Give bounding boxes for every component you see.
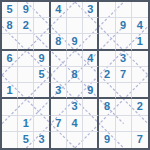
cell-r8c4[interactable]: 7 [51, 116, 67, 132]
cell-r1c9[interactable] [132, 2, 148, 18]
cell-r3c9[interactable]: 1 [132, 34, 148, 50]
cell-r1c8[interactable] [116, 2, 132, 18]
cell-r8c8[interactable] [116, 116, 132, 132]
cell-r2c1[interactable]: 8 [2, 18, 18, 34]
cell-r7c5[interactable]: 3 [67, 99, 83, 115]
cell-r8c5[interactable]: 4 [67, 116, 83, 132]
cell-r6c8[interactable] [116, 83, 132, 99]
cell-r1c2[interactable]: 9 [18, 2, 34, 18]
cell-r4c3[interactable]: 9 [34, 51, 50, 67]
cell-r8c7[interactable] [99, 116, 115, 132]
cell-r7c1[interactable] [2, 99, 18, 115]
cell-r3c8[interactable] [116, 34, 132, 50]
cell-r9c5[interactable] [67, 132, 83, 148]
cell-r5c9[interactable] [132, 67, 148, 83]
cell-r1c7[interactable] [99, 2, 115, 18]
cell-r5c4[interactable] [51, 67, 67, 83]
cell-r1c5[interactable] [67, 2, 83, 18]
cell-r1c4[interactable]: 4 [51, 2, 67, 18]
cell-r6c3[interactable] [34, 83, 50, 99]
cell-r8c6[interactable] [83, 116, 99, 132]
cell-r6c7[interactable] [99, 83, 115, 99]
sudoku-grid: 59438294891694358271393821745397 [2, 2, 148, 148]
cell-r3c4[interactable]: 8 [51, 34, 67, 50]
cell-r6c6[interactable]: 9 [83, 83, 99, 99]
cell-r2c6[interactable] [83, 18, 99, 34]
cell-r4c1[interactable]: 6 [2, 51, 18, 67]
cell-r7c9[interactable]: 2 [132, 99, 148, 115]
cell-r2c7[interactable] [99, 18, 115, 34]
cell-r1c1[interactable]: 5 [2, 2, 18, 18]
cell-r7c6[interactable] [83, 99, 99, 115]
cell-r9c7[interactable]: 9 [99, 132, 115, 148]
cell-r9c8[interactable] [116, 132, 132, 148]
cell-r5c6[interactable] [83, 67, 99, 83]
cell-r8c2[interactable]: 1 [18, 116, 34, 132]
cell-r3c2[interactable] [18, 34, 34, 50]
cell-r2c9[interactable]: 4 [132, 18, 148, 34]
cell-r2c2[interactable]: 2 [18, 18, 34, 34]
cell-r5c3[interactable]: 5 [34, 67, 50, 83]
cell-r5c5[interactable]: 8 [67, 67, 83, 83]
cell-r6c5[interactable] [67, 83, 83, 99]
cell-r3c7[interactable] [99, 34, 115, 50]
cell-r5c2[interactable] [18, 67, 34, 83]
cell-r9c6[interactable] [83, 132, 99, 148]
cell-r9c4[interactable] [51, 132, 67, 148]
cell-r4c7[interactable] [99, 51, 115, 67]
cell-r7c2[interactable] [18, 99, 34, 115]
cell-r6c4[interactable]: 3 [51, 83, 67, 99]
cell-r9c9[interactable]: 7 [132, 132, 148, 148]
cell-r7c7[interactable]: 8 [99, 99, 115, 115]
cell-r5c8[interactable]: 7 [116, 67, 132, 83]
cell-r8c1[interactable] [2, 116, 18, 132]
cell-r4c2[interactable] [18, 51, 34, 67]
cell-r4c9[interactable] [132, 51, 148, 67]
cell-r9c3[interactable]: 3 [34, 132, 50, 148]
cell-r2c8[interactable]: 9 [116, 18, 132, 34]
cell-r7c3[interactable] [34, 99, 50, 115]
cell-r4c8[interactable]: 3 [116, 51, 132, 67]
cell-r4c4[interactable] [51, 51, 67, 67]
cell-r3c3[interactable] [34, 34, 50, 50]
cell-r6c2[interactable] [18, 83, 34, 99]
cell-r8c3[interactable] [34, 116, 50, 132]
cell-r2c5[interactable] [67, 18, 83, 34]
cell-r6c1[interactable]: 1 [2, 83, 18, 99]
cell-r3c6[interactable] [83, 34, 99, 50]
cell-r5c7[interactable]: 2 [99, 67, 115, 83]
cell-r4c5[interactable] [67, 51, 83, 67]
cell-r5c1[interactable] [2, 67, 18, 83]
cell-r2c4[interactable] [51, 18, 67, 34]
cell-r6c9[interactable] [132, 83, 148, 99]
cell-r2c3[interactable] [34, 18, 50, 34]
cell-r9c2[interactable]: 5 [18, 132, 34, 148]
sudoku-board: 59438294891694358271393821745397 [0, 0, 150, 150]
cell-r7c4[interactable] [51, 99, 67, 115]
cell-r7c8[interactable] [116, 99, 132, 115]
cell-r1c6[interactable]: 3 [83, 2, 99, 18]
cell-r4c6[interactable]: 4 [83, 51, 99, 67]
cell-r3c1[interactable] [2, 34, 18, 50]
cell-r8c9[interactable] [132, 116, 148, 132]
cell-r3c5[interactable]: 9 [67, 34, 83, 50]
cell-r1c3[interactable] [34, 2, 50, 18]
cell-r9c1[interactable] [2, 132, 18, 148]
